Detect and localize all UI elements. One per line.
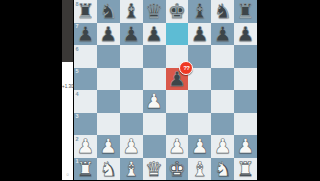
square-b2[interactable]: ♟	[97, 135, 120, 158]
square-c2[interactable]: ♟	[120, 135, 143, 158]
square-f8[interactable]: ♝	[188, 0, 211, 23]
square-f4[interactable]	[188, 90, 211, 113]
square-g4[interactable]	[211, 90, 234, 113]
square-b5[interactable]	[97, 68, 120, 91]
square-e4[interactable]	[166, 90, 189, 113]
square-g6[interactable]	[211, 45, 234, 68]
square-a3[interactable]: 3	[74, 113, 97, 136]
square-f7[interactable]: ♟	[188, 23, 211, 46]
square-b4[interactable]	[97, 90, 120, 113]
square-h7[interactable]: ♟	[234, 23, 257, 46]
square-h6[interactable]	[234, 45, 257, 68]
square-h5[interactable]	[234, 68, 257, 91]
piece-black-pawn-b7[interactable]: ♟	[97, 23, 120, 46]
square-d2[interactable]	[143, 135, 166, 158]
square-h3[interactable]	[234, 113, 257, 136]
piece-white-knight-b1[interactable]: ♞	[97, 158, 120, 181]
piece-black-pawn-g7[interactable]: ♟	[211, 23, 234, 46]
square-c4[interactable]	[120, 90, 143, 113]
piece-white-bishop-f1[interactable]: ♝	[188, 158, 211, 181]
piece-white-knight-g1[interactable]: ♞	[211, 158, 234, 181]
evaluation-score: +1.30	[62, 84, 73, 89]
piece-black-pawn-c7[interactable]: ♟	[120, 23, 143, 46]
piece-white-pawn-f2[interactable]: ♟	[188, 135, 211, 158]
square-d3[interactable]	[143, 113, 166, 136]
piece-white-rook-h1[interactable]: ♜	[234, 158, 257, 181]
square-c5[interactable]	[120, 68, 143, 91]
square-f1[interactable]: ♝	[188, 158, 211, 181]
square-a7[interactable]: 7♟	[74, 23, 97, 46]
square-d1[interactable]: ♛	[143, 158, 166, 181]
piece-black-bishop-f8[interactable]: ♝	[188, 0, 211, 23]
square-c7[interactable]: ♟	[120, 23, 143, 46]
square-g5[interactable]	[211, 68, 234, 91]
piece-white-king-e1[interactable]: ♚	[166, 158, 189, 181]
square-c3[interactable]	[120, 113, 143, 136]
piece-black-pawn-d7[interactable]: ♟	[143, 23, 166, 46]
square-g1[interactable]: ♞	[211, 158, 234, 181]
piece-white-pawn-g2[interactable]: ♟	[211, 135, 234, 158]
square-a6[interactable]: 6	[74, 45, 97, 68]
square-a2[interactable]: 2♟	[74, 135, 97, 158]
rank-label-6: 6	[76, 46, 79, 52]
square-g7[interactable]: ♟	[211, 23, 234, 46]
blunder-badge: ??	[179, 61, 193, 75]
piece-black-bishop-c8[interactable]: ♝	[120, 0, 143, 23]
piece-white-pawn-b2[interactable]: ♟	[97, 135, 120, 158]
square-c8[interactable]: ♝	[120, 0, 143, 23]
piece-white-pawn-h2[interactable]: ♟	[234, 135, 257, 158]
rank-label-5: 5	[76, 68, 79, 74]
piece-white-pawn-e2[interactable]: ♟	[166, 135, 189, 158]
square-h4[interactable]	[234, 90, 257, 113]
square-a8[interactable]: 8♜	[74, 0, 97, 23]
square-f2[interactable]: ♟	[188, 135, 211, 158]
square-e2[interactable]: ♟	[166, 135, 189, 158]
piece-white-rook-a1[interactable]: ♜	[74, 158, 97, 181]
rank-label-3: 3	[76, 113, 79, 119]
square-b7[interactable]: ♟	[97, 23, 120, 46]
square-b3[interactable]	[97, 113, 120, 136]
square-b6[interactable]	[97, 45, 120, 68]
square-e8[interactable]: ♚	[166, 0, 189, 23]
piece-black-king-e8[interactable]: ♚	[166, 0, 189, 23]
video-frame: +1.30 0 8♜♞♝♛♚♝♞♜7♟♟♟♟♟♟♟65♟??4♟32♟♟♟♟♟♟…	[0, 0, 320, 180]
square-e5[interactable]: ♟??	[166, 68, 189, 91]
piece-black-pawn-f7[interactable]: ♟	[188, 23, 211, 46]
square-h1[interactable]: ♜	[234, 158, 257, 181]
piece-black-pawn-a7[interactable]: ♟	[74, 23, 97, 46]
square-e1[interactable]: ♚	[166, 158, 189, 181]
rank-label-4: 4	[76, 91, 79, 97]
square-d7[interactable]: ♟	[143, 23, 166, 46]
square-d5[interactable]	[143, 68, 166, 91]
piece-black-knight-b8[interactable]: ♞	[97, 0, 120, 23]
piece-black-rook-h8[interactable]: ♜	[234, 0, 257, 23]
evaluation-bar: +1.30 0	[62, 0, 73, 180]
piece-black-pawn-h7[interactable]: ♟	[234, 23, 257, 46]
square-c1[interactable]: ♝	[120, 158, 143, 181]
evaluation-bar-black-portion	[62, 0, 73, 62]
square-d4[interactable]: ♟	[143, 90, 166, 113]
square-b1[interactable]: ♞	[97, 158, 120, 181]
piece-white-pawn-a2[interactable]: ♟	[74, 135, 97, 158]
square-h2[interactable]: ♟	[234, 135, 257, 158]
square-d6[interactable]	[143, 45, 166, 68]
square-e7[interactable]	[166, 23, 189, 46]
square-g3[interactable]	[211, 113, 234, 136]
square-b8[interactable]: ♞	[97, 0, 120, 23]
square-e3[interactable]	[166, 113, 189, 136]
piece-white-pawn-d4[interactable]: ♟	[143, 90, 166, 113]
chess-board[interactable]: 8♜♞♝♛♚♝♞♜7♟♟♟♟♟♟♟65♟??4♟32♟♟♟♟♟♟♟1♜♞♝♛♚♝…	[74, 0, 257, 180]
square-h8[interactable]: ♜	[234, 0, 257, 23]
piece-black-queen-d8[interactable]: ♛	[143, 0, 166, 23]
piece-black-knight-g8[interactable]: ♞	[211, 0, 234, 23]
square-a4[interactable]: 4	[74, 90, 97, 113]
square-c6[interactable]	[120, 45, 143, 68]
piece-white-pawn-c2[interactable]: ♟	[120, 135, 143, 158]
square-g8[interactable]: ♞	[211, 0, 234, 23]
square-d8[interactable]: ♛	[143, 0, 166, 23]
piece-black-rook-a8[interactable]: ♜	[74, 0, 97, 23]
evaluation-zero-label: 0	[62, 172, 73, 177]
piece-white-bishop-c1[interactable]: ♝	[120, 158, 143, 181]
piece-white-queen-d1[interactable]: ♛	[143, 158, 166, 181]
square-g2[interactable]: ♟	[211, 135, 234, 158]
square-f3[interactable]	[188, 113, 211, 136]
square-a1[interactable]: 1♜	[74, 158, 97, 181]
square-a5[interactable]: 5	[74, 68, 97, 91]
